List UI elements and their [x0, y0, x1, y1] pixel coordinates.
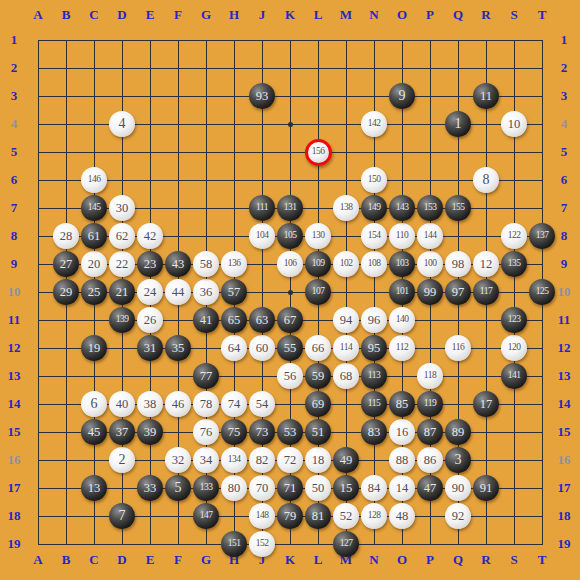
stone-B8[interactable]: 28 — [53, 223, 79, 249]
coord-label-10: 10 — [556, 278, 572, 306]
stone-move-number: 48 — [396, 510, 409, 523]
stone-L12[interactable]: 66 — [305, 335, 331, 361]
stone-F12[interactable]: 35 — [165, 335, 191, 361]
stone-J17[interactable]: 70 — [249, 475, 275, 501]
coord-label-M: M — [332, 7, 360, 23]
stone-move-number: 29 — [60, 286, 73, 299]
stone-move-number: 88 — [396, 454, 409, 467]
coord-label-D: D — [108, 7, 136, 23]
stone-T8[interactable]: 137 — [529, 223, 555, 249]
stone-move-number: 101 — [396, 287, 409, 297]
coord-label-3: 3 — [556, 82, 572, 110]
coord-label-C: C — [80, 7, 108, 23]
stone-N6[interactable]: 150 — [361, 167, 387, 193]
stone-K12[interactable]: 55 — [277, 335, 303, 361]
stone-L5-last-move[interactable]: 156 — [305, 139, 332, 166]
stone-D4[interactable]: 4 — [109, 111, 135, 137]
stone-move-number: 119 — [424, 399, 436, 409]
stone-S8[interactable]: 122 — [501, 223, 527, 249]
stone-move-number: 105 — [284, 231, 297, 241]
coord-label-K: K — [276, 7, 304, 23]
stone-D14[interactable]: 40 — [109, 391, 135, 417]
stone-H9[interactable]: 136 — [221, 251, 247, 277]
stone-move-number: 67 — [284, 314, 297, 327]
stone-move-number: 128 — [368, 511, 381, 521]
stone-move-number: 78 — [200, 398, 213, 411]
stone-M12[interactable]: 114 — [333, 335, 359, 361]
stone-N9[interactable]: 108 — [361, 251, 387, 277]
stone-J11[interactable]: 63 — [249, 307, 275, 333]
stone-move-number: 59 — [312, 370, 325, 383]
stone-R9[interactable]: 12 — [473, 251, 499, 277]
stone-P9[interactable]: 100 — [417, 251, 443, 277]
stone-move-number: 80 — [228, 482, 241, 495]
stone-D9[interactable]: 22 — [109, 251, 135, 277]
stone-move-number: 97 — [452, 286, 465, 299]
stone-Q18[interactable]: 92 — [445, 503, 471, 529]
stone-K11[interactable]: 67 — [277, 307, 303, 333]
stone-Q10[interactable]: 97 — [445, 279, 471, 305]
stone-move-number: 116 — [452, 343, 464, 353]
stone-N18[interactable]: 128 — [361, 503, 387, 529]
stone-move-number: 61 — [88, 230, 101, 243]
stone-J12[interactable]: 60 — [249, 335, 275, 361]
stone-move-number: 38 — [144, 398, 157, 411]
coord-label-P: P — [416, 7, 444, 23]
stone-C9[interactable]: 20 — [81, 251, 107, 277]
stone-S9[interactable]: 135 — [501, 251, 527, 277]
stone-K17[interactable]: 71 — [277, 475, 303, 501]
coord-label-G: G — [192, 7, 220, 23]
stone-Q16[interactable]: 3 — [445, 447, 471, 473]
coord-label-4: 4 — [556, 110, 572, 138]
stone-G13[interactable]: 77 — [193, 363, 219, 389]
coord-label-9: 9 — [6, 250, 22, 278]
stone-move-number: 108 — [368, 259, 381, 269]
stone-move-number: 100 — [424, 259, 437, 269]
stone-move-number: 46 — [172, 398, 185, 411]
coord-label-13: 13 — [6, 362, 22, 390]
stone-C14[interactable]: 6 — [81, 391, 107, 417]
stone-move-number: 70 — [256, 482, 269, 495]
stone-E17[interactable]: 33 — [137, 475, 163, 501]
coord-label-4: 4 — [6, 110, 22, 138]
coord-label-5: 5 — [6, 138, 22, 166]
stone-K9[interactable]: 106 — [277, 251, 303, 277]
stone-J8[interactable]: 104 — [249, 223, 275, 249]
stone-move-number: 64 — [228, 342, 241, 355]
stone-B9[interactable]: 27 — [53, 251, 79, 277]
coord-label-8: 8 — [6, 222, 22, 250]
coord-label-2: 2 — [6, 54, 22, 82]
stone-move-number: 45 — [88, 426, 101, 439]
stone-move-number: 153 — [424, 203, 437, 213]
coord-label-11: 11 — [556, 306, 572, 334]
coord-label-B: B — [52, 7, 80, 23]
stone-move-number: 123 — [508, 315, 521, 325]
stone-move-number: 11 — [480, 90, 492, 103]
stone-O18[interactable]: 48 — [389, 503, 415, 529]
stone-move-number: 2 — [119, 453, 126, 467]
stone-move-number: 94 — [340, 314, 353, 327]
coord-label-L: L — [304, 7, 332, 23]
stone-move-number: 42 — [144, 230, 157, 243]
stone-R14[interactable]: 17 — [473, 391, 499, 417]
stone-O8[interactable]: 110 — [389, 223, 415, 249]
stone-P17[interactable]: 47 — [417, 475, 443, 501]
stone-N14[interactable]: 115 — [361, 391, 387, 417]
stone-L14[interactable]: 69 — [305, 391, 331, 417]
stone-move-number: 16 — [396, 426, 409, 439]
stone-move-number: 44 — [172, 286, 185, 299]
stone-G10[interactable]: 36 — [193, 279, 219, 305]
stone-M18[interactable]: 52 — [333, 503, 359, 529]
stone-K7[interactable]: 131 — [277, 195, 303, 221]
stone-M17[interactable]: 15 — [333, 475, 359, 501]
stone-move-number: 114 — [340, 343, 352, 353]
stone-K8[interactable]: 105 — [277, 223, 303, 249]
stone-move-number: 136 — [228, 259, 241, 269]
stone-O17[interactable]: 14 — [389, 475, 415, 501]
coord-label-17: 17 — [556, 474, 572, 502]
stone-S13[interactable]: 141 — [501, 363, 527, 389]
stone-move-number: 1 — [455, 117, 462, 131]
row-labels-right: 12345678910111213141516171819 — [556, 26, 572, 558]
stone-G16[interactable]: 34 — [193, 447, 219, 473]
stone-K18[interactable]: 79 — [277, 503, 303, 529]
stone-D18[interactable]: 7 — [109, 503, 135, 529]
stone-move-number: 142 — [368, 119, 381, 129]
stone-move-number: 32 — [172, 454, 185, 467]
stone-G14[interactable]: 78 — [193, 391, 219, 417]
stone-K15[interactable]: 53 — [277, 419, 303, 445]
stone-J18[interactable]: 148 — [249, 503, 275, 529]
stone-D11[interactable]: 139 — [109, 307, 135, 333]
stone-move-number: 131 — [284, 203, 297, 213]
stone-L9[interactable]: 109 — [305, 251, 331, 277]
stone-move-number: 99 — [424, 286, 437, 299]
stone-move-number: 112 — [396, 343, 408, 353]
stone-H11[interactable]: 65 — [221, 307, 247, 333]
stone-D10[interactable]: 21 — [109, 279, 135, 305]
stone-move-number: 27 — [60, 258, 73, 271]
stone-B10[interactable]: 29 — [53, 279, 79, 305]
stone-M19[interactable]: 127 — [333, 531, 359, 557]
stone-move-number: 58 — [200, 258, 213, 271]
stone-move-number: 138 — [340, 203, 353, 213]
coord-label-R: R — [472, 7, 500, 23]
coord-label-F: F — [164, 7, 192, 23]
coord-label-11: 11 — [6, 306, 22, 334]
stone-move-number: 41 — [200, 314, 213, 327]
stone-move-number: 5 — [175, 481, 182, 495]
stone-move-number: 47 — [424, 482, 437, 495]
coord-label-16: 16 — [556, 446, 572, 474]
stone-F10[interactable]: 44 — [165, 279, 191, 305]
stone-N12[interactable]: 95 — [361, 335, 387, 361]
stone-K13[interactable]: 56 — [277, 363, 303, 389]
stone-H16[interactable]: 134 — [221, 447, 247, 473]
go-board[interactable]: 1234567891011121314151617181920212223242… — [24, 26, 556, 558]
stone-P8[interactable]: 144 — [417, 223, 443, 249]
stone-move-number: 53 — [284, 426, 297, 439]
stone-move-number: 143 — [396, 203, 409, 213]
stone-move-number: 3 — [455, 453, 462, 467]
stone-move-number: 9 — [399, 89, 406, 103]
stone-move-number: 144 — [424, 231, 437, 241]
stone-move-number: 103 — [396, 259, 409, 269]
stone-R10[interactable]: 117 — [473, 279, 499, 305]
coord-label-T: T — [528, 7, 556, 23]
stone-move-number: 135 — [508, 259, 521, 269]
stone-move-number: 35 — [172, 342, 185, 355]
stone-F17[interactable]: 5 — [165, 475, 191, 501]
stone-move-number: 26 — [144, 314, 157, 327]
stone-move-number: 95 — [368, 342, 381, 355]
stone-move-number: 69 — [312, 398, 325, 411]
stone-O7[interactable]: 143 — [389, 195, 415, 221]
stone-C15[interactable]: 45 — [81, 419, 107, 445]
go-board-viewer: ABCDEFGHJKLMNOPQRST ABCDEFGHJKLMNOPQRST … — [0, 0, 580, 580]
stone-F16[interactable]: 32 — [165, 447, 191, 473]
stone-G17[interactable]: 133 — [193, 475, 219, 501]
stone-move-number: 15 — [340, 482, 353, 495]
coord-label-15: 15 — [556, 418, 572, 446]
stone-E11[interactable]: 26 — [137, 307, 163, 333]
stone-move-number: 154 — [368, 231, 381, 241]
stone-S11[interactable]: 123 — [501, 307, 527, 333]
stone-move-number: 140 — [396, 315, 409, 325]
stone-move-number: 31 — [144, 342, 157, 355]
stone-N15[interactable]: 83 — [361, 419, 387, 445]
stone-E10[interactable]: 24 — [137, 279, 163, 305]
stone-move-number: 57 — [228, 286, 241, 299]
stone-N8[interactable]: 154 — [361, 223, 387, 249]
coord-label-1: 1 — [556, 26, 572, 54]
stone-move-number: 120 — [508, 343, 521, 353]
stone-E14[interactable]: 38 — [137, 391, 163, 417]
stone-O14[interactable]: 85 — [389, 391, 415, 417]
stone-move-number: 92 — [452, 510, 465, 523]
stone-move-number: 43 — [172, 258, 185, 271]
stone-move-number: 127 — [340, 539, 353, 549]
stone-R3[interactable]: 11 — [473, 83, 499, 109]
coord-label-3: 3 — [6, 82, 22, 110]
stone-H15[interactable]: 75 — [221, 419, 247, 445]
stone-O3[interactable]: 9 — [389, 83, 415, 109]
stone-move-number: 122 — [508, 231, 521, 241]
coord-label-14: 14 — [556, 390, 572, 418]
stone-move-number: 68 — [340, 370, 353, 383]
stone-C10[interactable]: 25 — [81, 279, 107, 305]
stone-T10[interactable]: 125 — [529, 279, 555, 305]
coord-label-E: E — [136, 7, 164, 23]
coord-label-6: 6 — [6, 166, 22, 194]
coord-label-14: 14 — [6, 390, 22, 418]
stone-P7[interactable]: 153 — [417, 195, 443, 221]
stone-move-number: 110 — [396, 231, 408, 241]
coord-label-7: 7 — [6, 194, 22, 222]
coord-label-19: 19 — [6, 530, 22, 558]
stone-move-number: 149 — [368, 203, 381, 213]
stone-N4[interactable]: 142 — [361, 111, 387, 137]
stone-Q12[interactable]: 116 — [445, 335, 471, 361]
stone-move-number: 83 — [368, 426, 381, 439]
stone-E8[interactable]: 42 — [137, 223, 163, 249]
coord-label-H: H — [220, 7, 248, 23]
stone-G18[interactable]: 147 — [193, 503, 219, 529]
stone-O11[interactable]: 140 — [389, 307, 415, 333]
stone-C12[interactable]: 19 — [81, 335, 107, 361]
stone-C8[interactable]: 61 — [81, 223, 107, 249]
stone-N13[interactable]: 113 — [361, 363, 387, 389]
stone-P14[interactable]: 119 — [417, 391, 443, 417]
stone-move-number: 146 — [88, 175, 101, 185]
stone-move-number: 125 — [536, 287, 549, 297]
stone-move-number: 93 — [256, 90, 269, 103]
stone-move-number: 107 — [312, 287, 325, 297]
stone-K16[interactable]: 72 — [277, 447, 303, 473]
stone-H12[interactable]: 64 — [221, 335, 247, 361]
stone-Q17[interactable]: 90 — [445, 475, 471, 501]
stone-M9[interactable]: 102 — [333, 251, 359, 277]
stone-move-number: 109 — [312, 259, 325, 269]
stone-O9[interactable]: 103 — [389, 251, 415, 277]
stone-C7[interactable]: 145 — [81, 195, 107, 221]
stone-O16[interactable]: 88 — [389, 447, 415, 473]
stone-move-number: 66 — [312, 342, 325, 355]
stone-C6[interactable]: 146 — [81, 167, 107, 193]
stone-G15[interactable]: 76 — [193, 419, 219, 445]
stone-O15[interactable]: 16 — [389, 419, 415, 445]
coord-label-8: 8 — [556, 222, 572, 250]
stone-L8[interactable]: 130 — [305, 223, 331, 249]
stone-J16[interactable]: 82 — [249, 447, 275, 473]
stone-P10[interactable]: 99 — [417, 279, 443, 305]
stone-N17[interactable]: 84 — [361, 475, 387, 501]
stone-G9[interactable]: 58 — [193, 251, 219, 277]
coord-label-12: 12 — [556, 334, 572, 362]
stone-O10[interactable]: 101 — [389, 279, 415, 305]
stone-move-number: 117 — [480, 287, 492, 297]
stone-S12[interactable]: 120 — [501, 335, 527, 361]
stone-M7[interactable]: 138 — [333, 195, 359, 221]
stone-J3[interactable]: 93 — [249, 83, 275, 109]
stone-move-number: 141 — [508, 371, 521, 381]
stone-R6[interactable]: 8 — [473, 167, 499, 193]
stone-S4[interactable]: 10 — [501, 111, 527, 137]
stone-Q4[interactable]: 1 — [445, 111, 471, 137]
stone-D16[interactable]: 2 — [109, 447, 135, 473]
stone-E9[interactable]: 23 — [137, 251, 163, 277]
stone-L17[interactable]: 50 — [305, 475, 331, 501]
stone-move-number: 55 — [284, 342, 297, 355]
coord-label-5: 5 — [556, 138, 572, 166]
coord-label-9: 9 — [556, 250, 572, 278]
stone-move-number: 77 — [200, 370, 213, 383]
stone-N11[interactable]: 96 — [361, 307, 387, 333]
stone-M11[interactable]: 94 — [333, 307, 359, 333]
column-labels-top: ABCDEFGHJKLMNOPQRST — [24, 7, 556, 22]
stone-P15[interactable]: 87 — [417, 419, 443, 445]
stone-H19[interactable]: 151 — [221, 531, 247, 557]
stone-G11[interactable]: 41 — [193, 307, 219, 333]
stone-Q9[interactable]: 98 — [445, 251, 471, 277]
stone-move-number: 71 — [284, 482, 297, 495]
stone-move-number: 52 — [340, 510, 353, 523]
stone-H17[interactable]: 80 — [221, 475, 247, 501]
stone-P13[interactable]: 118 — [417, 363, 443, 389]
stone-N7[interactable]: 149 — [361, 195, 387, 221]
coord-label-2: 2 — [556, 54, 572, 82]
stone-H14[interactable]: 74 — [221, 391, 247, 417]
stone-move-number: 19 — [88, 342, 101, 355]
stone-move-number: 4 — [119, 117, 126, 131]
stone-move-number: 20 — [88, 258, 101, 271]
stone-move-number: 139 — [116, 315, 129, 325]
stone-move-number: 152 — [256, 539, 269, 549]
stone-move-number: 145 — [88, 203, 101, 213]
stone-M13[interactable]: 68 — [333, 363, 359, 389]
coord-label-6: 6 — [556, 166, 572, 194]
stone-move-number: 33 — [144, 482, 157, 495]
stone-D8[interactable]: 62 — [109, 223, 135, 249]
coord-label-18: 18 — [6, 502, 22, 530]
stone-E15[interactable]: 39 — [137, 419, 163, 445]
stone-R17[interactable]: 91 — [473, 475, 499, 501]
stone-F9[interactable]: 43 — [165, 251, 191, 277]
coord-label-18: 18 — [556, 502, 572, 530]
stone-move-number: 156 — [312, 147, 325, 157]
stone-move-number: 50 — [312, 482, 325, 495]
stone-L16[interactable]: 18 — [305, 447, 331, 473]
stone-J14[interactable]: 54 — [249, 391, 275, 417]
stone-D15[interactable]: 37 — [109, 419, 135, 445]
stone-move-number: 86 — [424, 454, 437, 467]
coord-label-13: 13 — [556, 362, 572, 390]
stone-D7[interactable]: 30 — [109, 195, 135, 221]
stone-J15[interactable]: 73 — [249, 419, 275, 445]
stone-H10[interactable]: 57 — [221, 279, 247, 305]
stone-E12[interactable]: 31 — [137, 335, 163, 361]
stone-F14[interactable]: 46 — [165, 391, 191, 417]
stone-move-number: 40 — [116, 398, 129, 411]
stone-L10[interactable]: 107 — [305, 279, 331, 305]
stone-move-number: 17 — [480, 398, 493, 411]
stone-L18[interactable]: 81 — [305, 503, 331, 529]
stone-move-number: 37 — [116, 426, 129, 439]
stone-L13[interactable]: 59 — [305, 363, 331, 389]
coord-label-19: 19 — [556, 530, 572, 558]
stone-C17[interactable]: 13 — [81, 475, 107, 501]
stone-move-number: 82 — [256, 454, 269, 467]
stone-move-number: 76 — [200, 426, 213, 439]
stone-P16[interactable]: 86 — [417, 447, 443, 473]
stone-M16[interactable]: 49 — [333, 447, 359, 473]
stone-Q15[interactable]: 89 — [445, 419, 471, 445]
stone-O12[interactable]: 112 — [389, 335, 415, 361]
stone-J7[interactable]: 111 — [249, 195, 275, 221]
stone-move-number: 13 — [88, 482, 101, 495]
stone-J19[interactable]: 152 — [249, 531, 275, 557]
stone-Q7[interactable]: 155 — [445, 195, 471, 221]
stone-move-number: 148 — [256, 511, 269, 521]
stone-move-number: 113 — [368, 371, 380, 381]
stone-L15[interactable]: 51 — [305, 419, 331, 445]
stone-move-number: 8 — [483, 173, 490, 187]
stone-move-number: 54 — [256, 398, 269, 411]
stone-move-number: 12 — [480, 258, 493, 271]
